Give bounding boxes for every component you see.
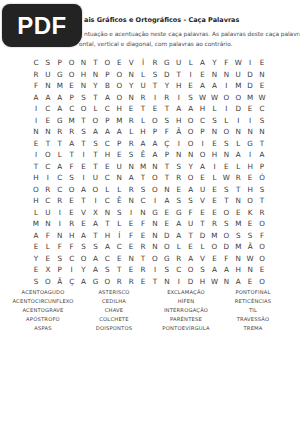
word-list-item: CHAVE (86, 306, 142, 315)
grid-cell: S (244, 230, 256, 242)
grid-cell: A (173, 103, 185, 115)
word-list: ACENTOAGUDOACENTOCIRCUNFLEXOACENTOGRAVEA… (0, 288, 300, 333)
grid-cell: A (149, 138, 161, 150)
grid-cell: H (244, 184, 256, 196)
grid-cell: N (149, 161, 161, 173)
word-list-item: CEDILHA (86, 297, 142, 306)
grid-cell: E (220, 161, 232, 173)
grid-cell: A (54, 92, 66, 104)
grid-cell: I (30, 149, 42, 161)
grid-cell: E (78, 218, 90, 230)
grid-cell: E (125, 264, 137, 276)
grid-cell: N (149, 218, 161, 230)
grid-cell: S (89, 138, 101, 150)
grid-cell: A (173, 218, 185, 230)
grid-cell: A (101, 92, 113, 104)
grid-cell: S (256, 184, 268, 196)
grid-cell: I (149, 264, 161, 276)
grid-cell: E (125, 218, 137, 230)
grid-cell: C (101, 138, 113, 150)
grid-cell: N (208, 126, 220, 138)
grid-cell: E (244, 103, 256, 115)
grid-cell: O (30, 184, 42, 196)
grid-cell: S (220, 218, 232, 230)
grid-cell: O (185, 138, 197, 150)
grid-cell: L (220, 115, 232, 127)
grid-cell: Ç (66, 276, 78, 288)
grid-cell: O (149, 172, 161, 184)
grid-cell: A (173, 230, 185, 242)
grid-cell: A (89, 126, 101, 138)
grid-cell: T (137, 172, 149, 184)
grid-cell: S (101, 264, 113, 276)
grid-cell: V (197, 195, 209, 207)
grid-cell: Y (208, 57, 220, 69)
grid-cell: T (89, 92, 101, 104)
grid-cell: R (137, 92, 149, 104)
grid-cell: A (256, 149, 268, 161)
grid-cell: O (149, 253, 161, 265)
word-list-item: DOISPONTOS (86, 324, 142, 333)
grid-cell: S (208, 115, 220, 127)
grid-cell: M (232, 80, 244, 92)
grid-cell: S (173, 195, 185, 207)
grid-cell: O (232, 92, 244, 104)
grid-cell: O (101, 276, 113, 288)
grid-cell: L (113, 184, 125, 196)
grid-cell: O (101, 57, 113, 69)
grid-cell: A (89, 253, 101, 265)
grid-cell: I (173, 138, 185, 150)
word-list-item: COLCHETE (86, 315, 142, 324)
grid-cell: R (66, 218, 78, 230)
grid-cell: R (125, 276, 137, 288)
grid-cell: O (220, 92, 232, 104)
grid-cell: V (197, 253, 209, 265)
grid-cell: E (197, 172, 209, 184)
grid-cell: G (161, 57, 173, 69)
grid-cell: O (220, 230, 232, 242)
grid-cell: N (256, 69, 268, 81)
grid-cell: M (66, 115, 78, 127)
grid-cell: D (244, 80, 256, 92)
grid-cell: I (30, 103, 42, 115)
grid-cell: C (54, 172, 66, 184)
grid-cell: R (113, 276, 125, 288)
grid-cell: E (42, 253, 54, 265)
grid-cell: H (101, 230, 113, 242)
grid-cell: H (173, 80, 185, 92)
grid-cell: E (125, 241, 137, 253)
grid-cell: D (161, 69, 173, 81)
grid-cell: T (137, 103, 149, 115)
grid-cell: S (185, 195, 197, 207)
grid-cell: E (244, 218, 256, 230)
grid-cell: F (54, 241, 66, 253)
grid-cell: E (125, 103, 137, 115)
grid-cell: Ê (113, 195, 125, 207)
grid-cell: A (208, 264, 220, 276)
grid-cell: R (125, 184, 137, 196)
grid-cell: Í (137, 57, 149, 69)
grid-cell: S (173, 161, 185, 173)
grid-cell: E (185, 241, 197, 253)
grid-cell: F (185, 207, 197, 219)
grid-cell: S (78, 126, 90, 138)
grid-cell: T (149, 276, 161, 288)
grid-cell: A (42, 92, 54, 104)
word-list-item: EXCLAMAÇÃO (142, 288, 230, 297)
grid-cell: F (66, 241, 78, 253)
grid-cell: X (89, 207, 101, 219)
grid-cell: P (113, 138, 125, 150)
grid-cell: N (42, 126, 54, 138)
grid-cell: M (113, 115, 125, 127)
grid-cell: T (78, 138, 90, 150)
grid-cell: G (54, 115, 66, 127)
grid-cell: E (208, 138, 220, 150)
grid-cell: E (30, 241, 42, 253)
grid-cell: O (256, 218, 268, 230)
grid-cell: R (54, 195, 66, 207)
grid-cell: M (232, 218, 244, 230)
grid-cell: I (244, 149, 256, 161)
grid-cell: O (149, 115, 161, 127)
grid-cell: F (137, 218, 149, 230)
grid-cell: N (149, 230, 161, 242)
grid-cell: T (137, 253, 149, 265)
grid-cell: N (232, 253, 244, 265)
grid-cell: S (125, 149, 137, 161)
grid-cell: N (101, 207, 113, 219)
grid-cell: G (89, 276, 101, 288)
grid-cell: E (66, 195, 78, 207)
grid-cell: H (244, 161, 256, 173)
grid-cell: N (161, 276, 173, 288)
grid-cell: O (42, 276, 54, 288)
grid-cell: F (220, 57, 232, 69)
grid-cell: I (185, 69, 197, 81)
grid-cell: N (220, 149, 232, 161)
grid-cell: S (149, 69, 161, 81)
grid-cell: I (42, 172, 54, 184)
grid-cell: O (256, 253, 268, 265)
grid-cell: I (244, 115, 256, 127)
grid-cell: A (54, 103, 66, 115)
grid-cell: N (208, 69, 220, 81)
grid-cell: W (232, 57, 244, 69)
grid-cell: P (161, 149, 173, 161)
grid-cell: P (66, 92, 78, 104)
grid-cell: Ã (173, 126, 185, 138)
word-list-item: ASTERISCO (86, 288, 142, 297)
grid-cell: H (173, 115, 185, 127)
grid-cell: R (30, 69, 42, 81)
grid-cell: W (208, 276, 220, 288)
grid-cell: Y (125, 80, 137, 92)
grid-cell: N (125, 195, 137, 207)
grid-cell: O (256, 276, 268, 288)
grid-cell: R (42, 184, 54, 196)
grid-cell: I (125, 207, 137, 219)
grid-cell: O (208, 241, 220, 253)
grid-cell: Y (89, 80, 101, 92)
grid-cell: P (256, 161, 268, 173)
grid-cell: N (125, 92, 137, 104)
grid-cell: W (256, 92, 268, 104)
grid-cell: N (42, 218, 54, 230)
grid-cell: N (137, 207, 149, 219)
grid-cell: A (220, 264, 232, 276)
grid-cell: E (197, 69, 209, 81)
grid-cell: A (78, 184, 90, 196)
grid-cell: N (89, 69, 101, 81)
grid-cell: Ó (256, 172, 268, 184)
grid-cell: U (197, 184, 209, 196)
grid-cell: T (173, 69, 185, 81)
grid-cell: C (101, 172, 113, 184)
word-list-column: ASTERISCOCEDILHACHAVECOLCHETEDOISPONTOS (86, 288, 142, 333)
grid-cell: U (185, 218, 197, 230)
grid-cell: S (185, 92, 197, 104)
grid-cell: O (197, 149, 209, 161)
grid-cell: C (137, 195, 149, 207)
grid-cell: N (220, 276, 232, 288)
grid-cell: C (113, 241, 125, 253)
instructions-line-1: ntuação e acentuação neste caça palavras… (84, 31, 298, 37)
grid-cell: L (137, 69, 149, 81)
grid-cell: T (66, 149, 78, 161)
grid-cell: E (66, 207, 78, 219)
grid-cell: P (149, 126, 161, 138)
grid-cell: A (89, 218, 101, 230)
pdf-badge[interactable]: PDF (2, 4, 82, 47)
grid-cell: E (161, 218, 173, 230)
grid-cell: N (42, 80, 54, 92)
grid-cell: N (78, 80, 90, 92)
grid-cell: E (137, 276, 149, 288)
grid-cell: Ã (54, 276, 66, 288)
grid-cell: Ç (161, 138, 173, 150)
grid-cell: R (149, 57, 161, 69)
grid-cell: Y (30, 253, 42, 265)
grid-cell: S (54, 253, 66, 265)
grid-cell: T (197, 218, 209, 230)
grid-cell: D (244, 69, 256, 81)
grid-cell: R (256, 207, 268, 219)
grid-cell: I (244, 57, 256, 69)
grid-cell: A (185, 253, 197, 265)
grid-cell: A (30, 230, 42, 242)
grid-cell: I (78, 149, 90, 161)
grid-cell: Y (185, 161, 197, 173)
grid-cell: E (256, 80, 268, 92)
grid-cell: E (208, 207, 220, 219)
instructions-line-2: ontal, vertical e diagonal, com palavras… (79, 41, 298, 47)
grid-cell: M (137, 161, 149, 173)
grid-cell: M (208, 230, 220, 242)
grid-cell: T (54, 138, 66, 150)
grid-cell: G (161, 253, 173, 265)
grid-cell: N (232, 195, 244, 207)
grid-cell: S (78, 92, 90, 104)
grid-cell: A (78, 276, 90, 288)
grid-cell: S (78, 241, 90, 253)
grid-cell: E (101, 161, 113, 173)
grid-cell: G (244, 138, 256, 150)
grid-cell: I (54, 207, 66, 219)
grid-cell: L (89, 103, 101, 115)
grid-cell: D (232, 103, 244, 115)
grid-cell: O (78, 103, 90, 115)
grid-cell: S (30, 276, 42, 288)
grid-cell: S (66, 172, 78, 184)
grid-cell: E (232, 207, 244, 219)
grid-cell: T (232, 184, 244, 196)
grid-cell: E (256, 264, 268, 276)
word-list-item: TIL (230, 306, 276, 315)
grid-cell: I (54, 218, 66, 230)
grid-cell: R (232, 172, 244, 184)
grid-cell: A (232, 276, 244, 288)
grid-cell: F (125, 230, 137, 242)
pdf-badge-label: PDF (17, 12, 67, 40)
grid-cell: L (54, 149, 66, 161)
grid-cell: F (220, 253, 232, 265)
grid-cell: C (66, 253, 78, 265)
word-list-item: INTERROGAÇÃO (142, 306, 230, 315)
grid-cell: A (185, 184, 197, 196)
grid-cell: T (256, 195, 268, 207)
grid-cell: O (113, 92, 125, 104)
grid-cell: C (173, 264, 185, 276)
grid-cell: N (161, 184, 173, 196)
grid-cell: O (220, 126, 232, 138)
grid-cell: O (185, 264, 197, 276)
grid-cell: L (208, 172, 220, 184)
grid-cell: R (161, 92, 173, 104)
grid-cell: U (42, 69, 54, 81)
grid-cell: S (256, 115, 268, 127)
grid-cell: O (220, 207, 232, 219)
grid-cell: R (54, 126, 66, 138)
grid-cell: I (89, 195, 101, 207)
grid-cell: S (232, 230, 244, 242)
grid-cell: L (197, 241, 209, 253)
grid-cell: O (149, 184, 161, 196)
worksheet-header: ais Gráficos e Ortográficos - Caça Palav… (84, 16, 298, 47)
grid-cell: O (185, 115, 197, 127)
grid-cell: A (161, 195, 173, 207)
grid-cell: L (208, 103, 220, 115)
grid-cell: D (197, 230, 209, 242)
grid-cell: M (54, 80, 66, 92)
grid-cell: T (89, 57, 101, 69)
grid-cell: G (149, 207, 161, 219)
pdf-page: PDF ais Gráficos e Ortográficos - Caça P… (0, 0, 300, 423)
word-list-column: EXCLAMAÇÃOHÍFENINTERROGAÇÃOPARÊNTESEPONT… (142, 288, 230, 333)
word-search-grid: CSPONTOEVÍRGULAYFWIERUGOHNPONLSDTIENNUDN… (30, 57, 268, 287)
grid-cell: E (30, 264, 42, 276)
grid-cell: H (101, 149, 113, 161)
word-list-item: HÍFEN (142, 297, 230, 306)
grid-cell: N (232, 126, 244, 138)
grid-cell: C (101, 253, 113, 265)
grid-cell: L (42, 241, 54, 253)
grid-cell: V (125, 57, 137, 69)
grid-cell: C (101, 195, 113, 207)
grid-cell: P (101, 115, 113, 127)
grid-cell: O (78, 253, 90, 265)
grid-cell: R (66, 126, 78, 138)
grid-cell: A (30, 92, 42, 104)
grid-cell: T (101, 218, 113, 230)
grid-cell: H (197, 276, 209, 288)
grid-cell: E (149, 103, 161, 115)
grid-cell: S (161, 264, 173, 276)
grid-cell: D (220, 241, 232, 253)
grid-cell: Í (113, 230, 125, 242)
grid-cell: T (78, 195, 90, 207)
grid-cell: T (220, 195, 232, 207)
grid-cell: H (66, 230, 78, 242)
grid-cell: T (89, 149, 101, 161)
grid-cell: N (54, 230, 66, 242)
grid-cell: A (101, 241, 113, 253)
word-list-item: ACENTOCIRCUNFLEXO (0, 297, 86, 306)
grid-cell: I (30, 115, 42, 127)
grid-cell: N (125, 69, 137, 81)
grid-cell: R (173, 253, 185, 265)
grid-cell: A (89, 264, 101, 276)
grid-cell: O (42, 149, 54, 161)
grid-cell: A (197, 161, 209, 173)
grid-cell: I (149, 92, 161, 104)
grid-cell: H (30, 195, 42, 207)
grid-cell: R (137, 264, 149, 276)
grid-cell: E (208, 195, 220, 207)
grid-cell: U (42, 207, 54, 219)
grid-cell: E (208, 184, 220, 196)
grid-cell: Ê (137, 149, 149, 161)
word-list-item: APÓSTROFO (0, 315, 86, 324)
word-list-item: TRAVESSÃO (230, 315, 276, 324)
grid-cell: S (197, 264, 209, 276)
grid-cell: H (137, 126, 149, 138)
word-list-item: ASPAS (0, 324, 86, 333)
grid-cell: A (232, 149, 244, 161)
grid-cell: E (78, 161, 90, 173)
grid-cell: N (256, 126, 268, 138)
grid-cell: L (173, 241, 185, 253)
word-list-item: ACENTOGRAVE (0, 306, 86, 315)
grid-cell: E (185, 80, 197, 92)
grid-cell: F (66, 161, 78, 173)
grid-cell: K (244, 207, 256, 219)
grid-cell: W (208, 92, 220, 104)
grid-cell: O (256, 241, 268, 253)
grid-cell: U (113, 161, 125, 173)
grid-cell: B (101, 80, 113, 92)
grid-cell: G (173, 207, 185, 219)
word-list-item: PONTOEVÍRGULA (142, 324, 230, 333)
grid-cell: H (78, 69, 90, 81)
grid-cell: I (78, 172, 90, 184)
grid-cell: P (197, 126, 209, 138)
grid-cell: T (42, 138, 54, 150)
grid-cell: O (244, 195, 256, 207)
grid-cell: E (30, 138, 42, 150)
